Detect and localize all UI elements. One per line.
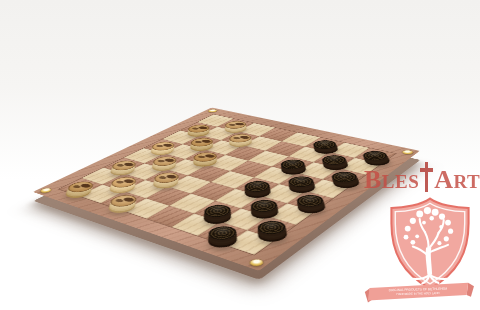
blestart-watermark: BLESART — [358, 160, 480, 310]
brand-logo-text: BLESART — [364, 162, 480, 195]
brass-screw-icon — [248, 258, 266, 267]
brass-screw-icon — [39, 187, 54, 193]
logo-text-right: ART — [434, 165, 480, 195]
ribbon-banner: ORIGINAL PRODUCTS OF BETHLEHEM HANDMADE … — [362, 278, 476, 308]
latin-cross-icon — [420, 162, 433, 192]
board-grid — [59, 114, 396, 254]
brass-screw-icon — [207, 109, 219, 113]
logo-text-left: BLES — [364, 165, 419, 195]
brass-screw-icon — [401, 150, 415, 155]
